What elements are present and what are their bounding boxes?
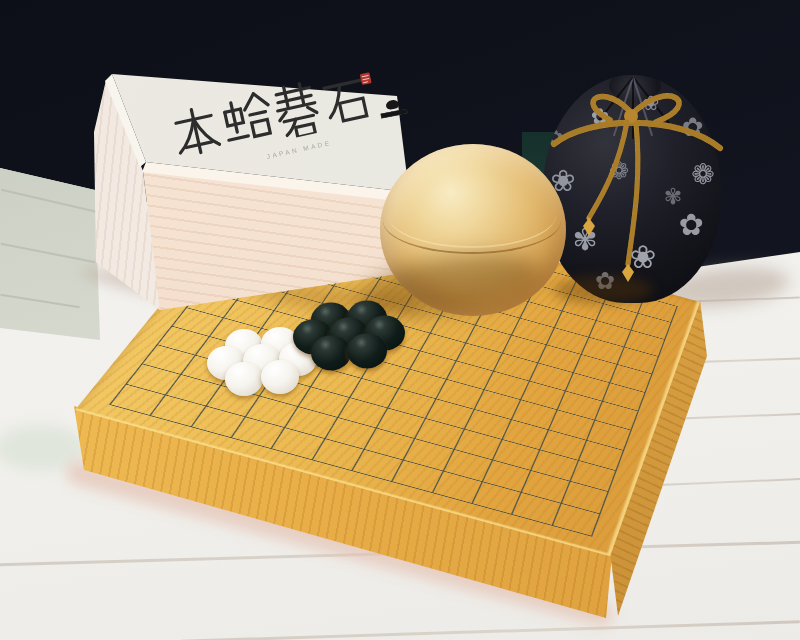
white-go-stone xyxy=(225,362,263,396)
cord-tassel xyxy=(622,264,634,282)
maker-crest-icon xyxy=(385,99,399,110)
black-go-stone xyxy=(347,334,387,369)
black-go-stone xyxy=(311,336,351,371)
red-seal-stamp xyxy=(360,72,372,85)
gold-drawstring-cord xyxy=(528,52,748,312)
maker-name-bar xyxy=(380,109,407,119)
go-set-photo: 本蛤碁石 xyxy=(0,0,800,640)
white-go-stone xyxy=(261,360,299,394)
cord-tassel xyxy=(583,218,595,236)
